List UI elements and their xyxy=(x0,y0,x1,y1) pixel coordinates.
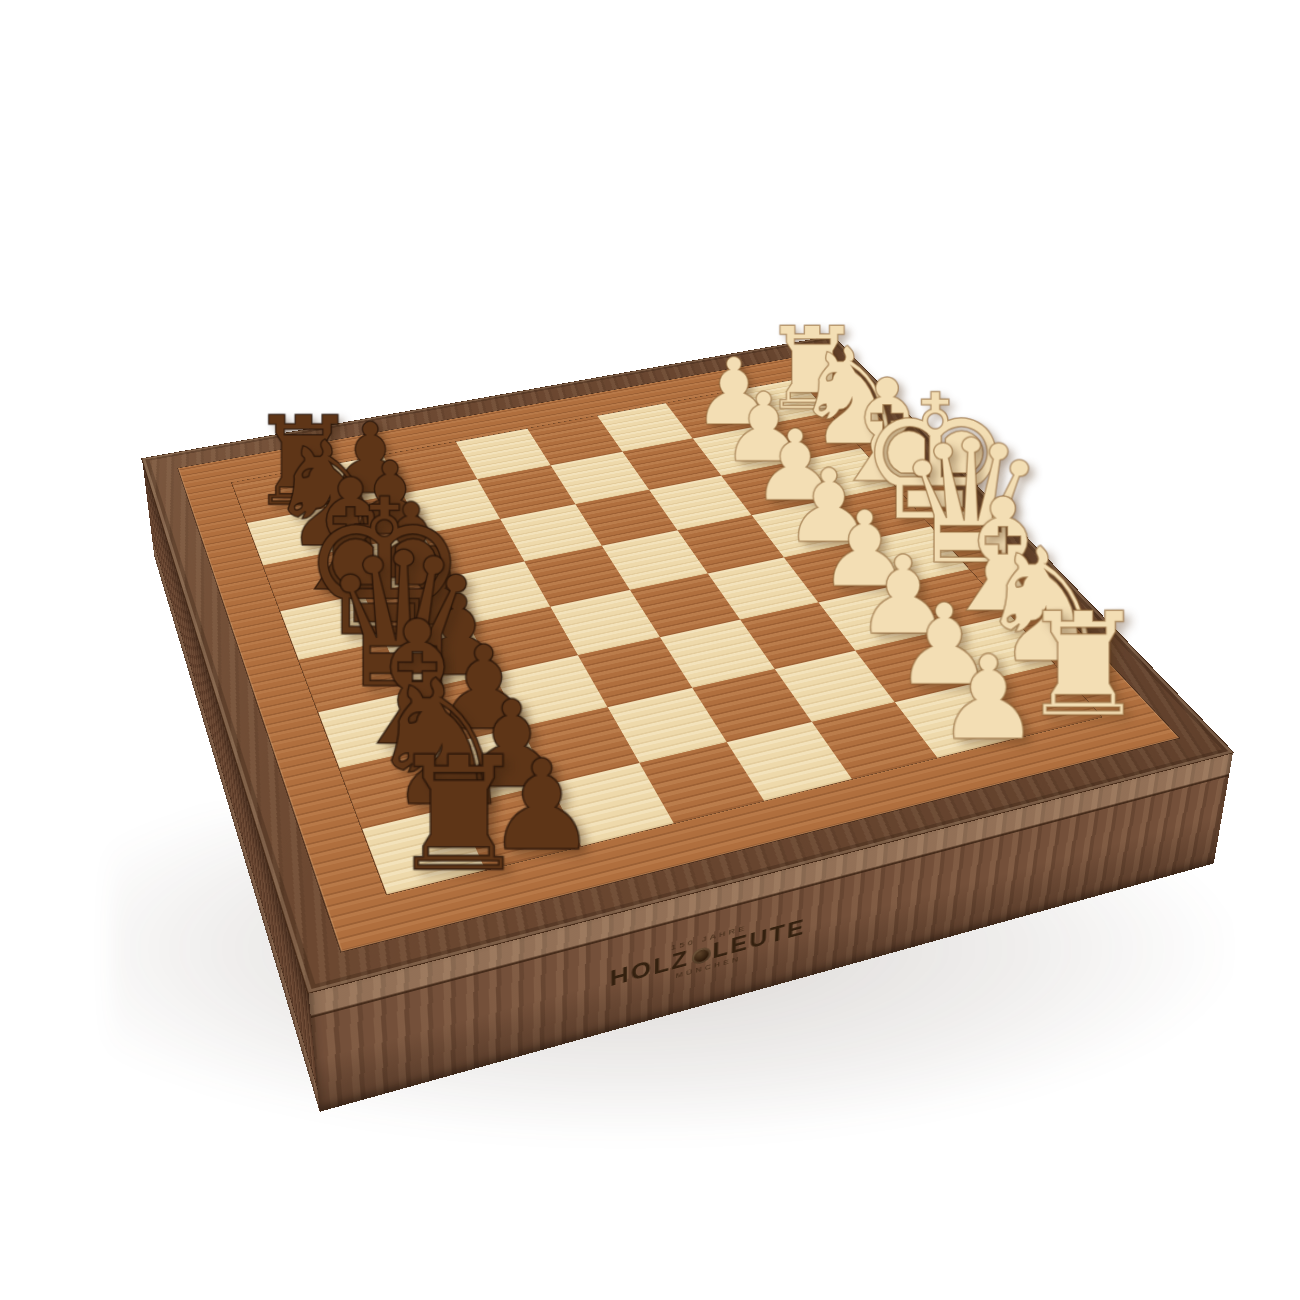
chess-case: 150 JAHRE HOLZLEUTE MÜNCHEN ♜♟♞♟♝♟♚♟♛♟♝♟… xyxy=(142,336,1233,993)
square-c3[interactable] xyxy=(740,603,855,669)
scene: 150 JAHRE HOLZLEUTE MÜNCHEN ♜♟♞♟♝♟♚♟♛♟♝♟… xyxy=(0,0,1300,1300)
product-photo-stage: 150 JAHRE HOLZLEUTE MÜNCHEN ♜♟♞♟♝♟♚♟♛♟♝♟… xyxy=(0,0,1300,1300)
black-rook-a8[interactable]: ♜ xyxy=(388,743,490,889)
white-pawn-a2[interactable]: ♟ xyxy=(936,646,1030,753)
brand-logo: 150 JAHRE HOLZLEUTE MÜNCHEN xyxy=(610,908,807,998)
chess-board[interactable]: ♜♟♞♟♝♟♚♟♛♟♝♟♟♞♜♟♟♜♞♟♟♝♟♚♟♛♟♝♟♞♟♜ xyxy=(232,379,1101,894)
